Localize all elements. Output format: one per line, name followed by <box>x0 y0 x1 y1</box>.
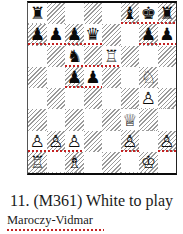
square-g8: ♚ <box>139 3 158 24</box>
square-c7: ♟ <box>65 24 84 45</box>
square-c1: ♗ <box>65 152 84 173</box>
square-a2: ♙ <box>28 131 47 152</box>
square-a8: ♜ <box>28 3 47 24</box>
black-bishop: ♝ <box>122 3 137 24</box>
square-f5 <box>121 67 140 88</box>
square-f1 <box>121 152 140 173</box>
white-knight: ♘ <box>141 67 156 88</box>
square-c8 <box>65 3 84 24</box>
square-b8 <box>47 3 66 24</box>
black-pawn: ♟ <box>48 24 63 45</box>
square-e1 <box>102 152 121 173</box>
spellcheck-squiggle <box>7 229 104 231</box>
square-g7: ♟ <box>139 24 158 45</box>
black-knight: ♞ <box>67 46 82 67</box>
square-b3 <box>47 109 66 130</box>
square-e5 <box>102 67 121 88</box>
square-a5 <box>28 67 47 88</box>
square-e6: ♖ <box>102 46 121 67</box>
square-b7: ♟ <box>47 24 66 45</box>
white-rook: ♖ <box>30 152 45 173</box>
square-f7 <box>121 24 140 45</box>
square-c6: ♞ <box>65 46 84 67</box>
white-king: ♔ <box>141 152 156 173</box>
black-pawn: ♟ <box>67 24 82 45</box>
black-rook: ♜ <box>30 3 45 24</box>
square-h2: ♙ <box>158 131 177 152</box>
white-pawn: ♙ <box>122 131 137 152</box>
square-a3 <box>28 109 47 130</box>
chess-board-frame: ♜♝♚♜♟♟♟♛♟♟♞♖♟♟♘♙♕♙♙♙♙♙♖♗♔ <box>27 1 177 175</box>
black-pawn: ♟ <box>141 24 156 45</box>
square-c2: ♙ <box>65 131 84 152</box>
square-g6 <box>139 46 158 67</box>
square-e7 <box>102 24 121 45</box>
square-b2: ♙ <box>47 131 66 152</box>
white-pawn: ♙ <box>48 131 63 152</box>
square-e2 <box>102 131 121 152</box>
square-d4 <box>84 88 103 109</box>
black-pawn: ♟ <box>85 67 100 88</box>
white-pawn: ♙ <box>159 131 174 152</box>
black-queen: ♛ <box>85 24 100 45</box>
square-g5: ♘ <box>139 67 158 88</box>
square-c3 <box>65 109 84 130</box>
square-d2 <box>84 131 103 152</box>
square-d1 <box>84 152 103 173</box>
square-f8: ♝ <box>121 3 140 24</box>
square-d7: ♛ <box>84 24 103 45</box>
square-b6 <box>47 46 66 67</box>
square-e4 <box>102 88 121 109</box>
black-pawn: ♟ <box>159 24 174 45</box>
square-f3: ♕ <box>121 109 140 130</box>
page: ♜♝♚♜♟♟♟♛♟♟♞♖♟♟♘♙♕♙♙♙♙♙♖♗♔ 11. (M361) Whi… <box>0 0 183 234</box>
square-a7: ♟ <box>28 24 47 45</box>
square-d6 <box>84 46 103 67</box>
white-pawn: ♙ <box>141 88 156 109</box>
square-h6 <box>158 46 177 67</box>
square-g3 <box>139 109 158 130</box>
square-h3 <box>158 109 177 130</box>
white-rook: ♖ <box>104 46 119 67</box>
black-rook: ♜ <box>159 3 174 24</box>
black-pawn: ♟ <box>67 67 82 88</box>
square-b5 <box>47 67 66 88</box>
square-b4 <box>47 88 66 109</box>
white-pawn: ♙ <box>30 131 45 152</box>
white-bishop: ♗ <box>67 152 82 173</box>
square-c5: ♟ <box>65 67 84 88</box>
square-h7: ♟ <box>158 24 177 45</box>
square-a6 <box>28 46 47 67</box>
square-d8 <box>84 3 103 24</box>
chess-board: ♜♝♚♜♟♟♟♛♟♟♞♖♟♟♘♙♕♙♙♙♙♙♖♗♔ <box>28 3 176 173</box>
puzzle-caption: 11. (M361) White to play <box>10 192 173 210</box>
square-a1: ♖ <box>28 152 47 173</box>
white-queen: ♕ <box>122 110 137 131</box>
square-c4 <box>65 88 84 109</box>
square-f2: ♙ <box>121 131 140 152</box>
square-d3 <box>84 109 103 130</box>
black-pawn: ♟ <box>30 24 45 45</box>
square-f4 <box>121 88 140 109</box>
players-label: Maroczy-Vidmar <box>7 213 93 228</box>
square-g4: ♙ <box>139 88 158 109</box>
black-king: ♚ <box>141 3 156 24</box>
square-h1 <box>158 152 177 173</box>
square-e3 <box>102 109 121 130</box>
square-h5 <box>158 67 177 88</box>
square-h8: ♜ <box>158 3 177 24</box>
square-f6 <box>121 46 140 67</box>
square-e8 <box>102 3 121 24</box>
square-b1 <box>47 152 66 173</box>
white-pawn: ♙ <box>67 131 82 152</box>
square-d5: ♟ <box>84 67 103 88</box>
square-g1: ♔ <box>139 152 158 173</box>
square-a4 <box>28 88 47 109</box>
square-h4 <box>158 88 177 109</box>
square-g2 <box>139 131 158 152</box>
